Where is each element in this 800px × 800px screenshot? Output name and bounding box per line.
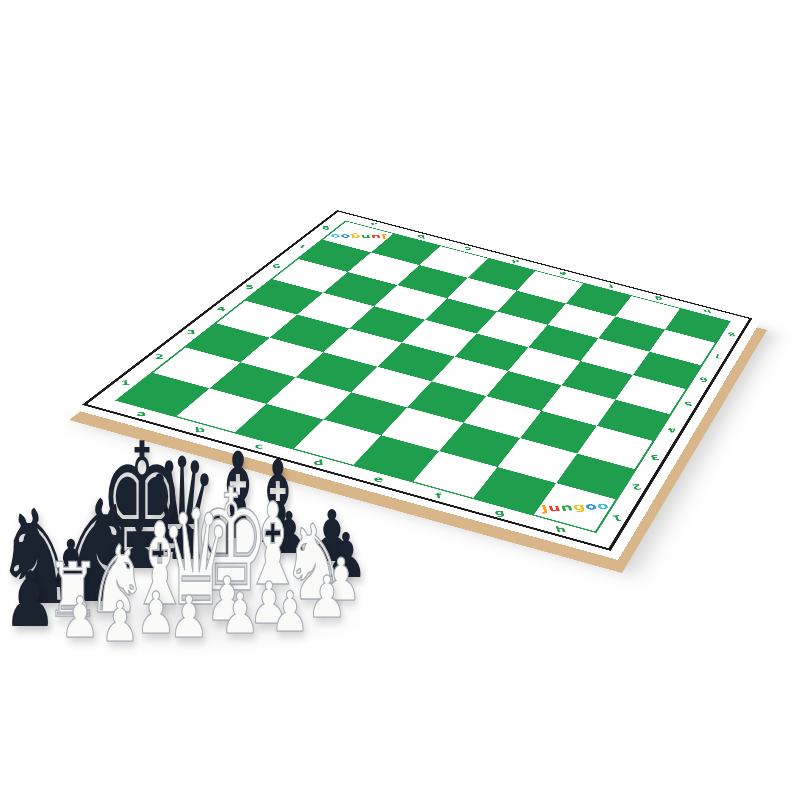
black-pawn-7: ♟ xyxy=(307,501,357,572)
black-pawn-3: ♟ xyxy=(117,514,161,577)
file-label-far-d: d xyxy=(510,258,520,264)
black-queen-1: ♛ xyxy=(146,441,217,573)
product-photo: 1122334455667788aabbccddeeffgghh Jungoo … xyxy=(0,0,800,800)
rank-label-near-4: 4 xyxy=(216,306,226,313)
file-label-near-d: d xyxy=(312,458,324,467)
file-label-near-e: e xyxy=(372,475,383,484)
file-label-near-b: b xyxy=(194,426,205,434)
pieces-floor-shadow xyxy=(5,575,375,655)
black-pawn-6: ♟ xyxy=(269,505,309,563)
file-label-far-b: b xyxy=(416,234,425,239)
rank-label-near-7: 7 xyxy=(297,244,306,250)
logo-letter-4: o xyxy=(339,233,351,240)
file-label-far-c: c xyxy=(464,246,472,252)
rank-label-near-6: 6 xyxy=(272,263,281,269)
rank-label-near-2: 2 xyxy=(154,353,164,360)
black-pawn-4: ♟ xyxy=(166,511,206,569)
file-label-near-c: c xyxy=(254,442,263,451)
rank-label-near-3: 3 xyxy=(186,329,196,336)
file-label-near-a: a xyxy=(136,409,146,417)
black-pawn-5: ♟ xyxy=(195,502,238,564)
logo-letter-5: o xyxy=(329,233,341,240)
brand-logo-a8: Jungoo xyxy=(330,225,388,248)
file-label-near-g: g xyxy=(493,508,506,517)
rank-label-near-5: 5 xyxy=(245,284,254,290)
rank-label-near-1: 1 xyxy=(120,379,130,387)
